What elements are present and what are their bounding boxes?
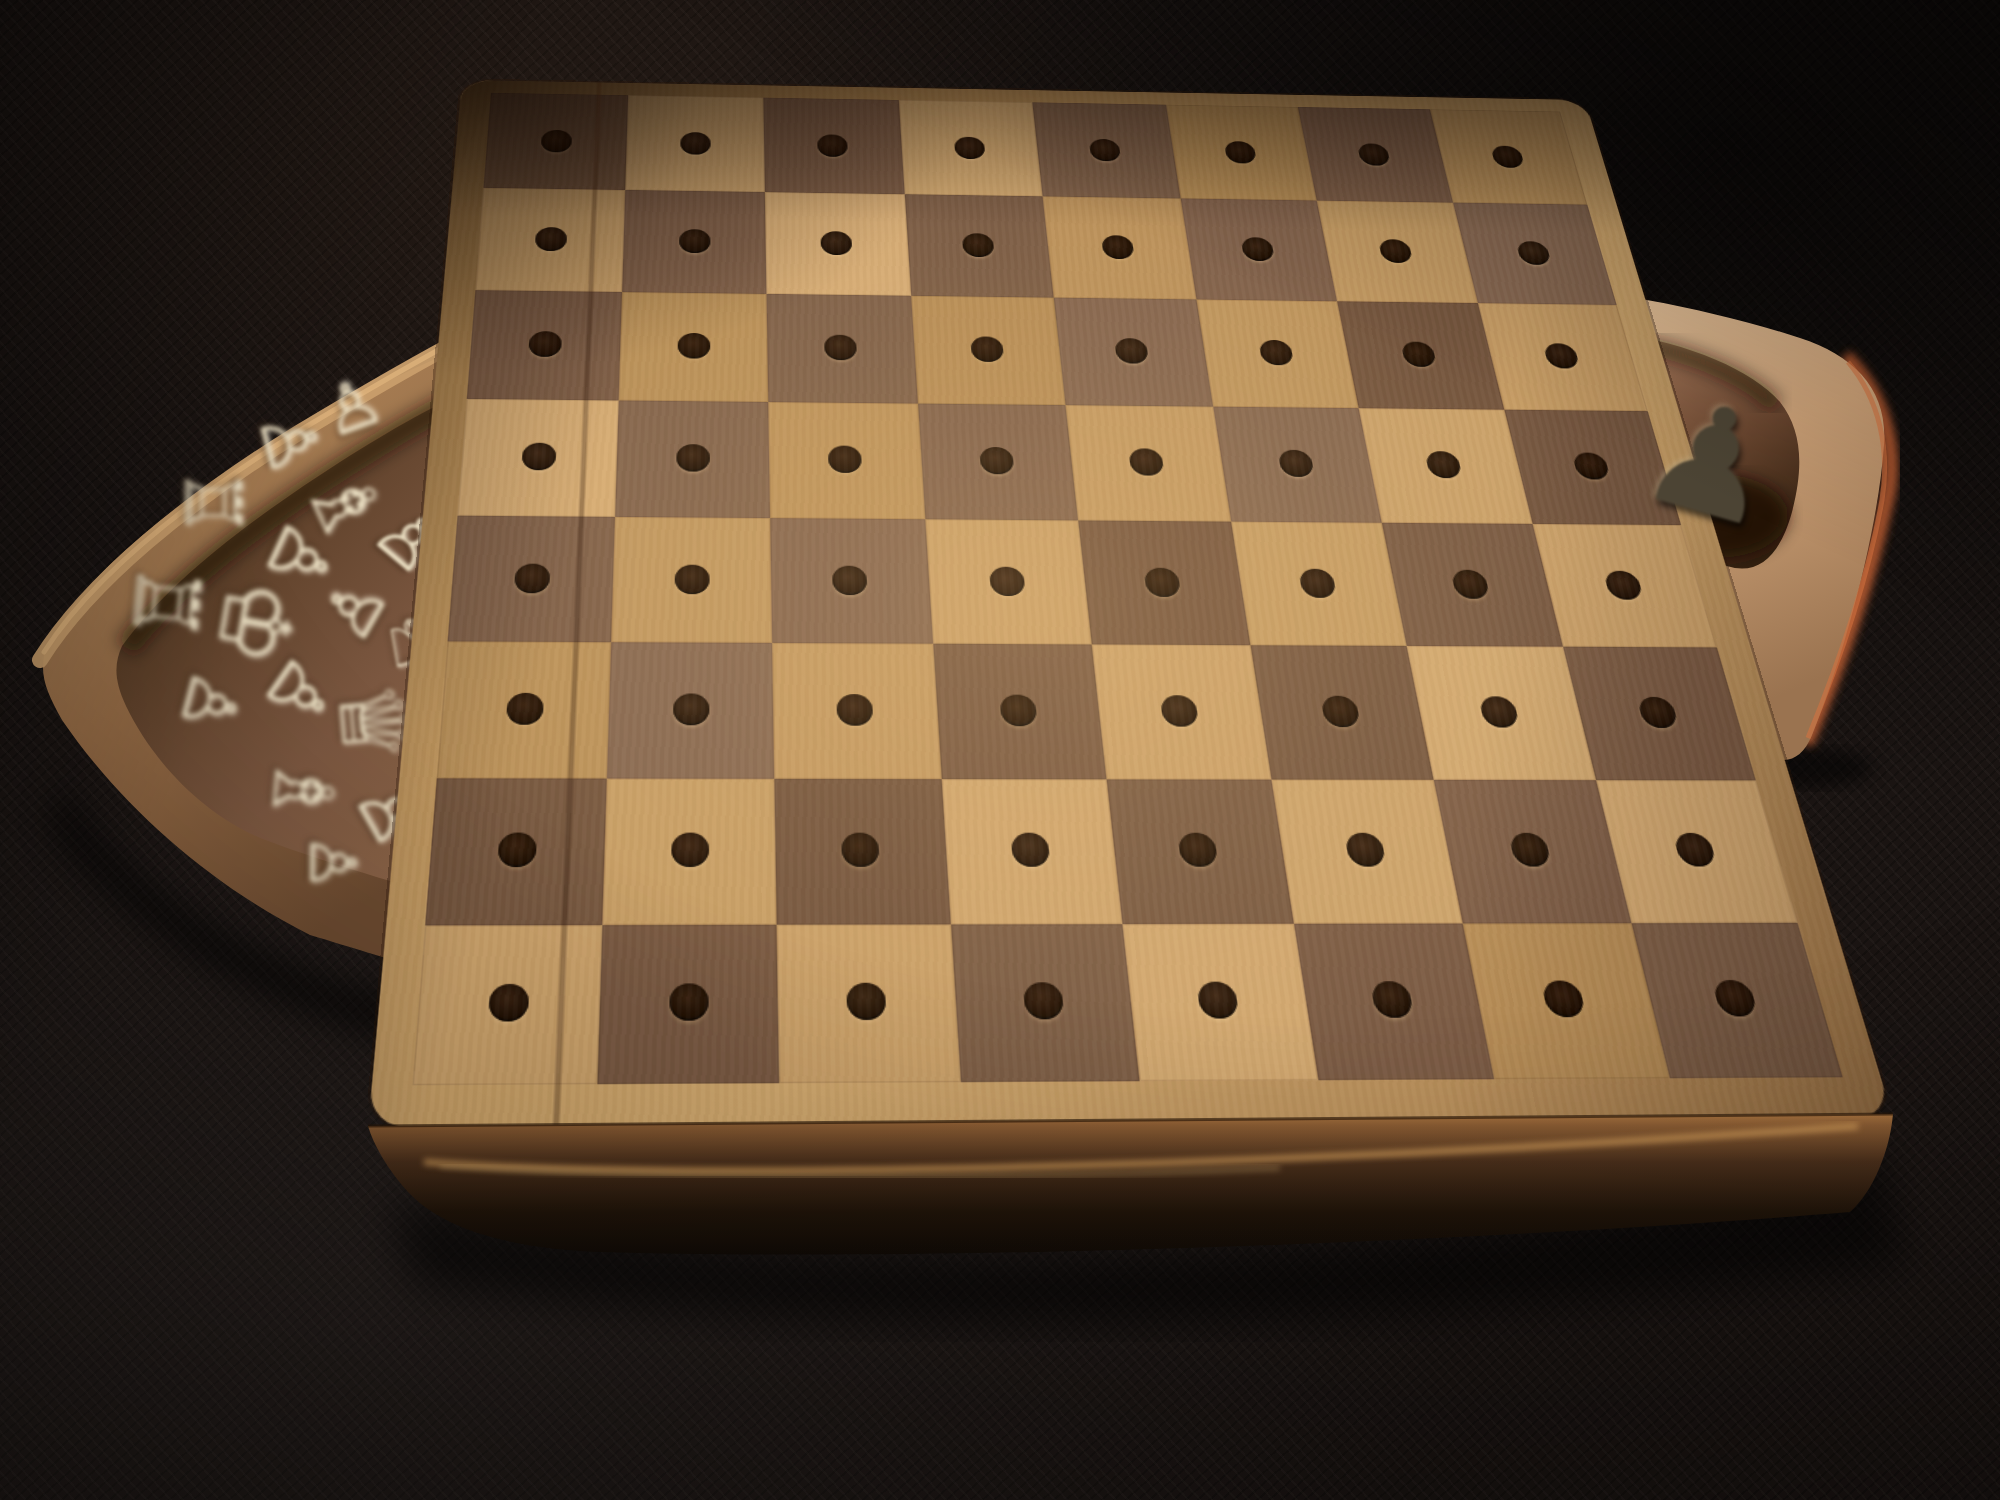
photo-scene: ♙♙♖♗♙♙♖♔♙♘♙♕♙♗♙♙ ♟ bbox=[0, 0, 2000, 1500]
dark-piece-layer: ♟ bbox=[0, 0, 2000, 1500]
dark-pawn[interactable]: ♟ bbox=[1628, 373, 1796, 552]
